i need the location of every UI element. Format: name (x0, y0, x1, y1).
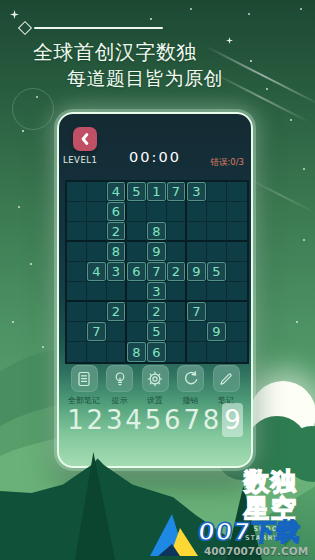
sudoku-cell[interactable]: 7 (147, 262, 167, 282)
sudoku-cell[interactable] (87, 222, 107, 242)
sudoku-cell[interactable] (87, 202, 107, 222)
toolbar-item-all-notes[interactable]: 全部笔记 (67, 365, 101, 406)
sudoku-cell[interactable]: 7 (87, 322, 107, 342)
sparkle-star (226, 37, 233, 44)
sudoku-cell[interactable] (167, 342, 187, 362)
sudoku-cell[interactable] (227, 302, 247, 322)
star (300, 8, 302, 10)
sudoku-cell[interactable] (187, 342, 207, 362)
toolbar-item-notes[interactable]: 笔记 (209, 365, 243, 406)
sudoku-cell[interactable] (187, 242, 207, 262)
sudoku-cell[interactable] (167, 302, 187, 322)
numpad-key-6[interactable]: 6 (164, 403, 181, 437)
sudoku-cell[interactable]: 6 (147, 342, 167, 362)
sudoku-cell[interactable] (227, 262, 247, 282)
sudoku-cell[interactable] (227, 202, 247, 222)
toolbar: 全部笔记 提示 (67, 365, 243, 406)
sudoku-cell[interactable]: 6 (127, 262, 147, 282)
toolbar-item-undo[interactable]: 撤销 (174, 365, 208, 406)
sudoku-cell[interactable]: 8 (107, 242, 127, 262)
numpad-key-9[interactable]: 9 (222, 403, 243, 437)
sudoku-cell[interactable] (127, 302, 147, 322)
sudoku-cell[interactable] (167, 282, 187, 302)
banner-line (34, 27, 163, 29)
sudoku-cell[interactable] (67, 302, 87, 322)
sudoku-cell[interactable]: 1 (147, 182, 167, 202)
sudoku-cell[interactable] (107, 342, 127, 362)
all-notes-icon (71, 365, 98, 392)
sudoku-cell[interactable] (87, 242, 107, 262)
pencil-icon (213, 365, 240, 392)
sudoku-cell[interactable]: 2 (167, 262, 187, 282)
sudoku-cell[interactable] (67, 222, 87, 242)
sudoku-cell[interactable] (187, 282, 207, 302)
sudoku-cell[interactable] (187, 322, 207, 342)
sudoku-cell[interactable] (167, 242, 187, 262)
banner-title: 全球首创汉字数独 (33, 39, 197, 66)
sudoku-cell[interactable] (67, 282, 87, 302)
sudoku-cell[interactable]: 2 (107, 302, 127, 322)
sudoku-cell[interactable] (127, 242, 147, 262)
star (266, 88, 268, 90)
sudoku-cell[interactable] (107, 282, 127, 302)
toolbar-item-settings[interactable]: 设置 (138, 365, 172, 406)
toolbar-item-hint[interactable]: 提示 (103, 365, 137, 406)
sudoku-cell[interactable] (187, 202, 207, 222)
sudoku-cell[interactable]: 5 (147, 322, 167, 342)
undo-icon (177, 365, 204, 392)
sudoku-cell[interactable]: 3 (187, 182, 207, 202)
back-button[interactable] (73, 127, 97, 151)
sudoku-cell[interactable] (207, 302, 227, 322)
sudoku-cell[interactable] (127, 222, 147, 242)
sudoku-cell[interactable] (187, 222, 207, 242)
numpad-key-7[interactable]: 7 (183, 403, 200, 437)
sudoku-cell[interactable]: 7 (167, 182, 187, 202)
sudoku-cell[interactable]: 5 (207, 262, 227, 282)
numpad-key-2[interactable]: 2 (86, 403, 103, 437)
meteor-streak (243, 175, 315, 214)
sudoku-cell[interactable] (227, 222, 247, 242)
star (30, 263, 32, 265)
watermark-logo-icon (150, 514, 198, 556)
sudoku-cell[interactable]: 9 (187, 262, 207, 282)
star (150, 18, 152, 20)
sudoku-cell[interactable] (207, 242, 227, 262)
star (190, 8, 192, 10)
sudoku-cell[interactable] (67, 262, 87, 282)
star (22, 130, 24, 132)
star (303, 168, 305, 170)
sudoku-cell[interactable] (147, 202, 167, 222)
hint-bulb-icon (106, 365, 133, 392)
sudoku-cell[interactable] (167, 322, 187, 342)
sudoku-cell[interactable] (67, 202, 87, 222)
sudoku-cell[interactable] (207, 182, 227, 202)
sudoku-cell[interactable] (227, 182, 247, 202)
sudoku-cell[interactable] (227, 282, 247, 302)
sudoku-cell[interactable]: 8 (127, 342, 147, 362)
star (12, 321, 14, 323)
app-logo: 数独 星空 (244, 468, 298, 522)
sudoku-cell[interactable]: 7 (187, 302, 207, 322)
sudoku-cell[interactable] (67, 322, 87, 342)
sudoku-cell[interactable] (167, 222, 187, 242)
sudoku-cell[interactable] (67, 242, 87, 262)
sudoku-cell[interactable] (127, 322, 147, 342)
sparkle-star (10, 10, 19, 19)
sudoku-cell[interactable] (207, 342, 227, 362)
star (18, 206, 20, 208)
sudoku-cell[interactable] (227, 342, 247, 362)
sudoku-cell[interactable] (227, 322, 247, 342)
star (296, 321, 298, 323)
sudoku-cell[interactable]: 3 (147, 282, 167, 302)
sudoku-cell[interactable] (207, 222, 227, 242)
sudoku-cell[interactable]: 5 (127, 182, 147, 202)
app-logo-line1: 数独 (244, 468, 298, 495)
sudoku-cell[interactable]: 2 (147, 302, 167, 322)
star (42, 346, 44, 348)
sudoku-cell[interactable] (87, 342, 107, 362)
numpad-key-5[interactable]: 5 (145, 403, 162, 437)
sudoku-cell[interactable]: 2 (107, 222, 127, 242)
watermark-site-url: 4007007007.COM (204, 545, 308, 557)
sudoku-cell[interactable] (167, 202, 187, 222)
banner-subtitle: 每道题目皆为原创 (67, 66, 223, 92)
numpad-key-1[interactable]: 1 (67, 403, 84, 437)
sudoku-cell[interactable]: 4 (107, 182, 127, 202)
numpad-key-3[interactable]: 3 (106, 403, 123, 437)
sudoku-cell[interactable]: 9 (207, 322, 227, 342)
sudoku-cell[interactable]: 4 (87, 262, 107, 282)
star (248, 13, 250, 15)
sudoku-cell[interactable] (127, 202, 147, 222)
sudoku-cell[interactable] (207, 202, 227, 222)
sudoku-cell[interactable] (127, 282, 147, 302)
numpad-key-8[interactable]: 8 (203, 403, 220, 437)
sudoku-cell[interactable] (67, 342, 87, 362)
numpad-key-4[interactable]: 4 (125, 403, 142, 437)
sudoku-cell[interactable] (207, 282, 227, 302)
sudoku-cell[interactable] (67, 182, 87, 202)
sudoku-board: 45173628894367295322775986 (65, 180, 249, 364)
sudoku-cell[interactable] (87, 182, 107, 202)
sudoku-cell[interactable] (107, 322, 127, 342)
phone-mockup: LEVEL1 00:00 错误:0/3 45173628894367295322… (57, 112, 253, 468)
sudoku-cell[interactable] (87, 302, 107, 322)
star (250, 60, 252, 62)
chevron-left-icon (78, 132, 92, 146)
star (290, 119, 292, 121)
sudoku-cell[interactable]: 9 (147, 242, 167, 262)
sudoku-cell[interactable]: 6 (107, 202, 127, 222)
settings-gear-icon (142, 365, 169, 392)
star (303, 239, 305, 241)
decor-circle (12, 88, 54, 130)
sudoku-cell[interactable]: 3 (107, 262, 127, 282)
sudoku-cell[interactable] (87, 282, 107, 302)
screenshot-root: 全球首创汉字数独 每道题目皆为原创 LEVEL1 00:00 错误:0/3 45… (0, 0, 315, 560)
numpad: 123456789 (67, 401, 243, 439)
banner-diamond-icon (18, 21, 32, 35)
sudoku-cell[interactable] (227, 242, 247, 262)
error-counter: 错误:0/3 (210, 157, 244, 169)
sudoku-cell[interactable]: 8 (147, 222, 167, 242)
